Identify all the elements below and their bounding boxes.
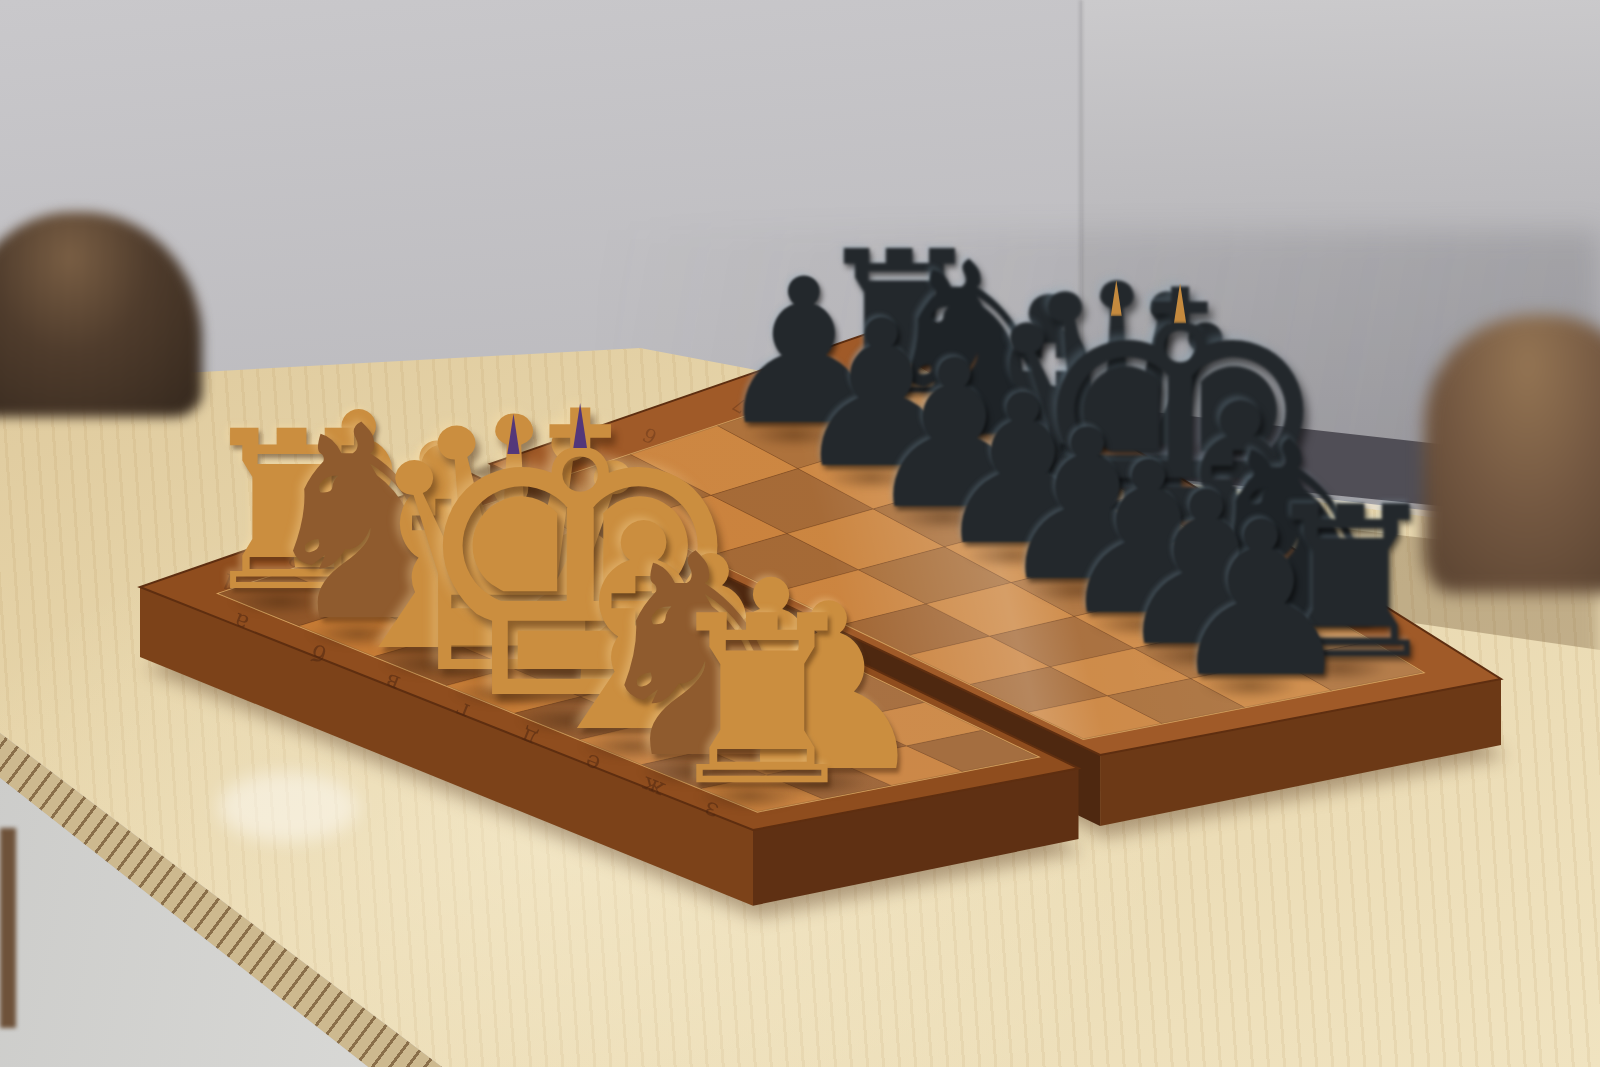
photo-scene: абвгдежз12345678 ♜♞♝♛♚♝♞♜♟♟♟♟♟♟♟♟♟♟♟♟♟♟♟…: [0, 0, 1600, 1067]
pieces-layer: ♜♞♝♛♚♝♞♜♟♟♟♟♟♟♟♟♟♟♟♟♟♟♟♟♜♞♝♛♚♝♞♜: [0, 0, 1600, 1067]
piece-white-r-h1: ♜: [645, 585, 878, 818]
piece-black-p-h7: ♟: [1155, 494, 1368, 707]
